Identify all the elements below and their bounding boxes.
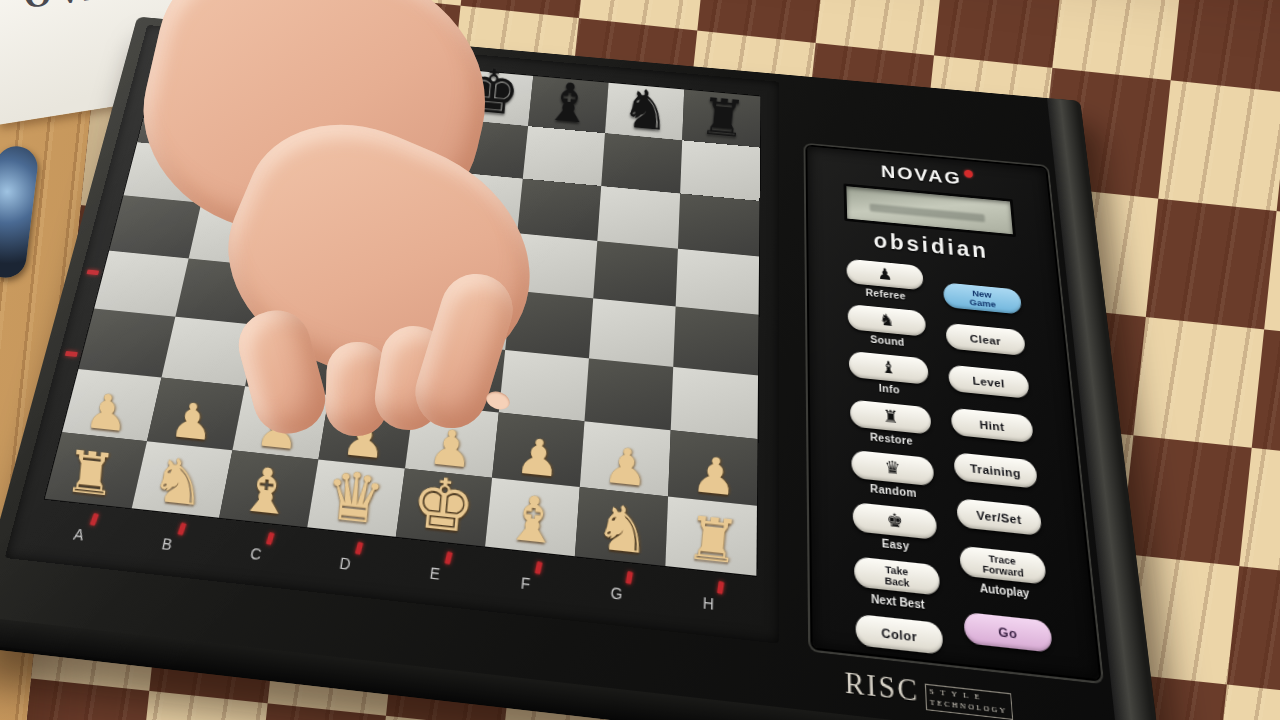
button-group-clear: Clear [945,323,1026,356]
square-f1[interactable]: ♝ [485,478,580,556]
square-d5[interactable] [349,218,438,282]
button-group-ver-set: Ver/Set [956,498,1042,536]
square-f3[interactable] [499,350,589,421]
square-a4[interactable] [94,251,188,317]
square-h7[interactable] [680,140,760,200]
file-cell-c: C [207,523,305,583]
square-g1[interactable]: ♞ [575,487,668,566]
file-label-c: C [249,544,264,563]
file-label-b: B [160,535,175,554]
file-led-indicator [265,532,274,545]
file-cell-h: H [662,571,755,634]
rook-icon: ♜ [882,408,898,427]
square-a5[interactable] [109,195,201,258]
square-f2[interactable]: ♟ [492,412,584,487]
file-cell-a: A [29,504,129,564]
white-pawn-h2[interactable]: ♟ [690,449,739,503]
white-pawn-f2[interactable]: ♟ [514,431,562,485]
board-frame: ♜♞♝♛♚♝♞♜♟♟♟♟♟♟♟♟♜♞♝♛♚♝♞♜ ABCDEFGH [5,25,780,644]
square-c5[interactable] [269,210,359,274]
king-icon: ♚ [886,511,903,531]
button-info[interactable]: ♝ [849,351,929,385]
button-easy[interactable]: ♚ [852,502,937,540]
rank-led-indicator [65,351,78,357]
square-c8[interactable]: ♝ [300,56,384,112]
button-group-take-back: TakeBackNext Best [854,556,941,613]
file-led-indicator [534,561,542,574]
button-go[interactable]: Go [963,612,1053,653]
novag-logo: NOVAG [881,161,963,188]
file-cell-d: D [297,532,394,593]
button-group-go: Go [963,612,1053,653]
file-led-indicator [625,571,633,584]
square-f5[interactable] [511,233,597,298]
square-g7[interactable] [601,133,682,193]
control-panel: NOVAG obsidian ♟Referee♞Sound♝Info♜Resto… [807,146,1099,679]
square-e1[interactable]: ♚ [396,469,492,547]
rank-led-indicator [87,270,100,276]
queen-icon: ♛ [884,458,901,477]
file-led-indicator [89,513,98,526]
square-b8[interactable]: ♞ [225,49,310,105]
file-cell-e: E [387,542,483,603]
model-name: obsidian [873,229,989,264]
square-g6[interactable] [597,186,680,249]
square-f8[interactable]: ♝ [528,76,608,133]
file-led-indicator [177,522,186,535]
bishop-icon: ♝ [880,359,896,377]
button-clear[interactable]: Clear [945,323,1026,356]
pawn-icon: ♟ [877,266,893,283]
button-sound[interactable]: ♞ [847,304,926,337]
file-label-e: E [429,564,442,583]
button-label-easy: Easy [881,536,909,552]
square-d1[interactable]: ♛ [307,459,405,536]
button-label-restore: Restore [870,430,913,447]
square-b7[interactable] [214,98,301,156]
button-referee[interactable]: ♟ [846,259,923,291]
button-random[interactable]: ♛ [851,450,934,487]
square-e3[interactable] [414,342,506,413]
square-d3[interactable] [329,333,422,403]
square-g2[interactable]: ♟ [580,421,671,496]
square-b2[interactable]: ♟ [147,378,245,451]
square-a6[interactable] [124,142,214,203]
square-h6[interactable] [678,193,760,256]
black-bishop-f8[interactable]: ♝ [543,74,595,131]
square-b3[interactable] [161,317,257,387]
square-e6[interactable] [438,171,523,233]
file-led-indicator [716,581,723,594]
knight-icon: ♞ [879,312,895,329]
file-label-a: A [72,525,87,544]
square-b4[interactable] [175,258,268,324]
square-h1[interactable]: ♜ [665,496,757,575]
file-label-g: G [610,584,624,604]
square-e8[interactable]: ♚ [452,69,534,126]
black-rook-h8[interactable]: ♜ [698,91,748,146]
button-color[interactable]: Color [855,614,943,655]
button-training[interactable]: Training [953,452,1038,489]
square-e5[interactable] [430,226,517,291]
square-d4[interactable] [339,274,430,341]
button-group-restore: ♜Restore [850,399,932,449]
white-bishop-c1[interactable]: ♝ [236,458,296,525]
file-cell-f: F [478,552,573,614]
square-d8[interactable]: ♛ [376,62,459,119]
square-c1[interactable]: ♝ [219,450,318,527]
square-f7[interactable] [523,126,605,186]
white-queen-d1[interactable]: ♛ [322,461,388,534]
square-b6[interactable] [201,149,290,210]
button-restore[interactable]: ♜ [850,399,932,434]
left-button-column: ♟Referee♞Sound♝Info♜Restore♛Random♚EasyT… [846,259,943,655]
button-group-sound: ♞Sound [847,304,926,350]
square-g5[interactable] [593,241,678,307]
square-c4[interactable] [257,266,349,333]
file-label-f: F [520,574,532,593]
square-e7[interactable] [445,119,528,178]
right-button-column: NewGameClearLevelHintTrainingVer/SetTrac… [942,268,1054,667]
lcd-faint-digits [870,204,986,223]
button-hint[interactable]: Hint [951,408,1034,443]
square-e4[interactable] [422,282,511,350]
square-d6[interactable] [358,164,444,226]
button-group-new-game: NewGame [943,282,1022,314]
file-label-h: H [703,594,716,614]
novag-red-dot-icon [964,170,973,178]
file-label-d: D [338,554,353,573]
black-queen-d8[interactable]: ♛ [388,56,444,118]
board-grid: ♜♞♝♛♚♝♞♜♟♟♟♟♟♟♟♟♜♞♝♛♚♝♞♜ [44,42,762,577]
button-group-color: Color [855,614,943,655]
square-f4[interactable] [505,290,593,358]
button-group-training: Training [953,452,1038,489]
square-h5[interactable] [676,249,759,315]
white-bishop-f1[interactable]: ♝ [502,486,563,554]
button-group-easy: ♚Easy [852,502,938,555]
square-c7[interactable] [290,105,376,164]
white-pawn-g2[interactable]: ♟ [602,440,651,494]
white-knight-g1[interactable]: ♞ [592,495,654,563]
file-cell-g: G [570,562,664,624]
scene: ♜♞♝♛♚♝♞♜♟♟♟♟♟♟♟♟♜♞♝♛♚♝♞♜ ABCDEFGH NOVAG … [0,0,1280,720]
black-rook-a8[interactable]: ♜ [166,43,214,97]
button-group-info: ♝Info [849,351,930,399]
square-g4[interactable] [589,298,676,367]
lcd-display [843,183,1016,237]
button-group-referee: ♟Referee [846,259,924,304]
button-sublabel-next-best: Next Best [871,592,925,611]
button-trace-forward[interactable]: TraceForward [959,546,1047,585]
button-sublabel-autoplay: Autoplay [979,581,1030,600]
square-d7[interactable] [367,112,452,171]
button-group-hint: Hint [951,408,1034,443]
square-c2[interactable]: ♟ [232,386,329,459]
white-pawn-a2[interactable]: ♟ [83,386,130,439]
black-king-e8[interactable]: ♚ [463,60,522,125]
white-knight-b1[interactable]: ♞ [149,448,209,515]
square-h3[interactable] [671,367,758,439]
button-label-sound: Sound [870,333,905,348]
button-take-back[interactable]: TakeBack [854,556,940,595]
risc-logo: RISC S T Y L E TECHNOLOGY [844,665,1013,720]
square-c3[interactable] [245,325,339,395]
square-g8[interactable]: ♞ [605,83,684,141]
button-group-trace-forward: TraceForwardAutoplay [959,546,1048,602]
novag-obsidian-unit: ♜♞♝♛♚♝♞♜♟♟♟♟♟♟♟♟♜♞♝♛♚♝♞♜ ABCDEFGH NOVAG … [0,17,1163,720]
file-led-indicator [354,542,363,555]
button-group-level: Level [948,365,1030,399]
square-a8[interactable]: ♜ [151,42,237,98]
square-g3[interactable] [584,358,673,430]
white-rook-h1[interactable]: ♜ [684,508,743,573]
file-cell-b: B [118,513,217,573]
black-knight-b8[interactable]: ♞ [240,47,291,104]
file-led-indicator [444,551,452,564]
square-b5[interactable] [189,203,280,267]
square-a2[interactable]: ♟ [62,369,161,441]
white-pawn-c2[interactable]: ♟ [254,404,302,457]
black-knight-g8[interactable]: ♞ [620,81,673,138]
square-b1[interactable]: ♞ [132,441,233,517]
button-label-info: Info [879,382,900,396]
button-label-referee: Referee [865,287,906,302]
button-ver-set[interactable]: Ver/Set [956,498,1042,536]
square-c6[interactable] [280,157,368,218]
square-h2[interactable]: ♟ [668,430,757,506]
square-h4[interactable] [673,306,758,375]
button-level[interactable]: Level [948,365,1030,399]
square-f6[interactable] [517,179,601,241]
button-group-random: ♛Random [851,450,935,501]
square-a1[interactable]: ♜ [45,432,147,508]
square-h8[interactable]: ♜ [682,90,760,148]
square-a7[interactable] [137,91,225,149]
square-a3[interactable] [78,309,175,378]
black-bishop-c8[interactable]: ♝ [315,54,366,111]
white-rook-a1[interactable]: ♜ [63,442,119,505]
white-pawn-b2[interactable]: ♟ [168,395,215,448]
button-label-random: Random [870,482,917,500]
button-new-game[interactable]: NewGame [943,282,1022,314]
white-king-e1[interactable]: ♚ [409,467,478,544]
